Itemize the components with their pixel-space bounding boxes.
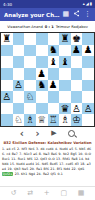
square-e8[interactable] [48,33,60,45]
clock-text: 4:30 [3,2,12,7]
square-h7[interactable]: ♟ [82,45,94,57]
bottom-toolbar: ↺ ⇄ + ▢ ▦ [0,186,95,200]
move-navigation: ‹ › ▶ [0,127,95,140]
square-c3[interactable]: ♘ [24,91,36,103]
square-e5[interactable] [48,68,60,80]
square-c6[interactable] [24,56,36,68]
square-c1[interactable]: ♗ [24,114,36,126]
square-b4[interactable]: ♙ [13,80,25,92]
square-a5[interactable] [1,68,13,80]
status-icons: ▴ ◢ ▮ [83,2,92,6]
undo-icon[interactable]: ↺ [11,190,17,197]
square-c5[interactable] [24,68,36,80]
board-icon[interactable]: ▢ [60,190,67,197]
opening-name: B32 Sicilian Defense: Kalashnikov Variat… [0,140,95,146]
play-button[interactable]: ▶ [51,130,56,137]
square-b3[interactable] [13,91,25,103]
square-f6[interactable]: ♝ [59,56,71,68]
app-bar: Analyze your Chess… ▦ ⋮ [0,8,95,21]
chess-board[interactable]: ♜♜♚♞♟♟♝♝♟♙♞♟♙♘♛♙♙♘♗♕♖♗♔ [0,32,95,127]
black-player-name: Teimour Radjabov [56,25,88,29]
square-b1[interactable]: ♘ [13,114,25,126]
square-g2[interactable]: ♙ [71,103,83,115]
previous-move-button[interactable]: ‹ [20,129,24,139]
square-b2[interactable] [13,103,25,115]
square-a1[interactable] [1,114,13,126]
square-a8[interactable]: ♜ [1,33,13,45]
square-c2[interactable] [24,103,36,115]
square-h2[interactable]: ♙ [82,103,94,115]
square-g5[interactable] [71,68,83,80]
board-editor-icon[interactable]: ▦ [62,11,69,18]
square-h6[interactable] [82,56,94,68]
square-c4[interactable] [24,80,36,92]
square-e4[interactable]: ♟ [48,80,60,92]
square-g6[interactable] [71,56,83,68]
square-h8[interactable] [82,33,94,45]
square-d5[interactable]: ♟ [36,68,48,80]
square-g3[interactable] [71,91,83,103]
next-move-button[interactable]: › [35,129,39,139]
overflow-menu-icon[interactable]: ⋮ [84,11,91,18]
current-move[interactable]: Qxf2+ [2,172,13,176]
square-f4[interactable] [59,80,71,92]
square-f5[interactable] [59,68,71,80]
move-list[interactable]: 1. e4 c5 2. Nf3 Nc6 3. d4 cxd4 4. Nxd4 e… [0,146,95,188]
square-a6[interactable] [1,56,13,68]
square-a7[interactable] [1,45,13,57]
square-b8[interactable] [13,33,25,45]
flip-board-icon[interactable]: ⇄ [27,190,33,197]
square-b6[interactable] [13,56,25,68]
square-h1[interactable] [82,114,94,126]
game-header: Viswanathan Anand 0 : 1 Teimour Radjabov [0,21,95,32]
square-g8[interactable]: ♚ [71,33,83,45]
square-c8[interactable] [24,33,36,45]
square-f1[interactable]: ♗ [59,114,71,126]
square-b7[interactable] [13,45,25,57]
square-d3[interactable] [36,91,48,103]
status-bar: 4:30 ▴ ◢ ▮ [0,0,95,8]
square-a3[interactable]: ♙ [1,91,13,103]
square-c7[interactable] [24,45,36,57]
square-f8[interactable]: ♜ [59,33,71,45]
game-result: 0 : 1 [45,25,54,29]
square-d8[interactable] [36,33,48,45]
square-a4[interactable] [1,80,13,92]
moves-before: 1. e4 c5 2. Nf3 Nc6 3. d4 cxd4 4. Nxd4 e… [2,147,91,171]
square-h4[interactable] [82,80,94,92]
add-icon[interactable]: + [44,190,50,197]
search-icon[interactable] [68,130,75,137]
square-d6[interactable] [36,56,48,68]
square-e6[interactable]: ♝ [48,56,60,68]
square-d1[interactable]: ♕ [36,114,48,126]
app-title: Analyze your Chess… [4,12,60,18]
square-g7[interactable]: ♟ [71,45,83,57]
white-player-name: Viswanathan Anand [7,25,43,29]
moves-after: 23. Kh1 Ng4 24. Re2 Qf1 0-1 [13,172,63,176]
square-e2[interactable] [48,103,60,115]
square-g1[interactable]: ♔ [71,114,83,126]
square-d4[interactable]: ♞ [36,80,48,92]
square-e7[interactable]: ♞ [48,45,60,57]
share-icon[interactable] [73,10,80,19]
square-h3[interactable] [82,91,94,103]
signal-icon: ◢ [86,2,89,6]
square-d7[interactable] [36,45,48,57]
square-f3[interactable] [59,91,71,103]
square-a2[interactable] [1,103,13,115]
square-d2[interactable] [36,103,48,115]
square-e1[interactable]: ♖ [48,114,60,126]
grid-menu-icon[interactable]: ▦ [78,190,85,197]
battery-icon: ▮ [90,2,92,6]
square-b5[interactable] [13,68,25,80]
wifi-icon: ▴ [83,2,85,6]
square-g4[interactable] [71,80,83,92]
square-e3[interactable] [48,91,60,103]
square-f7[interactable] [59,45,71,57]
square-h5[interactable] [82,68,94,80]
square-f2[interactable]: ♛ [59,103,71,115]
